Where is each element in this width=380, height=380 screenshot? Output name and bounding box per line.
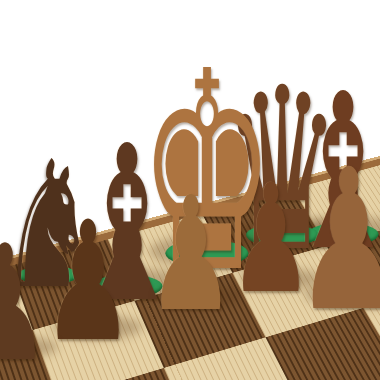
piece-pawn-right: ♟ xyxy=(295,143,380,338)
piece-pawn-far-left: ♟ xyxy=(0,224,49,380)
chess-set-photo: ♟♟♞♝♚♟♟♛♝♟ xyxy=(0,0,380,380)
piece-pawn-center: ♟ xyxy=(147,175,235,333)
piece-pawn-left: ♟ xyxy=(42,200,134,365)
